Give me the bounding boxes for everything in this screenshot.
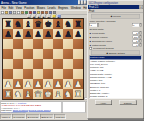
white-queen[interactable]: ♛ [33,89,43,99]
search-options: ◆Fixed depth8◆Nodes (x1000)100◆Seconds p… [88,31,143,47]
square-a1[interactable]: ♜ [3,89,13,99]
black-pawn[interactable]: ♟ [13,29,23,39]
square-h5[interactable] [73,49,83,59]
engine-detail-line[interactable]: Resign margin: 3 [90,95,142,98]
square-h2[interactable]: ♟ [73,79,83,89]
square-g8[interactable]: ♞ [63,19,73,29]
minutes-spinner-icon[interactable] [97,23,99,27]
square-d2[interactable]: ♟ [33,79,43,89]
white-bishop[interactable]: ♝ [23,89,33,99]
ponder-row: Permanent thinking [88,47,143,50]
apply-button[interactable]: Apply [95,100,112,105]
engine-select-combo[interactable]: Fruit 2.1 ▼ [88,5,143,9]
menu-window[interactable]: Window [71,5,81,10]
menu-engines[interactable]: Engines [58,5,68,10]
engine-name-label: Fruit [88,9,143,13]
white-rook[interactable]: ♜ [3,89,13,99]
square-h3[interactable] [73,69,83,79]
black-rook[interactable]: ♜ [3,19,13,29]
square-e6[interactable] [43,39,53,49]
square-e2[interactable]: ♟ [43,79,53,89]
square-a8[interactable]: ♜ [3,19,13,29]
square-f7[interactable]: ♟ [53,29,63,39]
engine-icon[interactable] [33,11,36,14]
option-input[interactable]: 8 [133,31,139,34]
square-d3[interactable] [33,69,43,79]
black-pawn[interactable]: ♟ [3,29,13,39]
square-f4[interactable] [53,59,63,69]
square-d7[interactable]: ♟ [33,29,43,39]
minutes-group: 5 [90,23,100,27]
setup-icon[interactable] [53,11,56,14]
analysis-link[interactable]: Send & check games [29,109,51,112]
square-b1[interactable]: ♞ [13,89,23,99]
white-king[interactable]: ♚ [43,89,53,99]
option-row: ◆Seconds per move5 [88,39,143,43]
menu-position[interactable]: Position [24,5,34,10]
radio-icon[interactable]: ◆ [90,44,92,47]
option-label: Nodes (x1000) [92,36,131,39]
square-f6[interactable] [53,39,63,49]
square-a4[interactable] [3,59,13,69]
black-queen[interactable]: ♛ [33,19,43,29]
spinner-icon[interactable] [140,43,142,47]
spinner-icon[interactable] [140,35,142,39]
radio-icon[interactable]: ◆ [90,40,92,43]
save-icon[interactable] [9,11,12,14]
option-label: Match points [92,44,131,47]
option-row: ◆Nodes (x1000)100 [88,35,143,39]
square-h6[interactable] [73,39,83,49]
square-c8[interactable]: ♝ [23,19,33,29]
square-e3[interactable] [43,69,53,79]
seconds-input[interactable]: 0 [132,23,140,27]
black-rook[interactable]: ♜ [73,19,83,29]
square-e8[interactable]: ♚ [43,19,53,29]
square-g6[interactable] [63,39,73,49]
seconds-spinner-icon[interactable] [140,23,142,27]
square-a7[interactable]: ♟ [3,29,13,39]
square-d5[interactable] [33,49,43,59]
stop-engine-icon[interactable] [29,11,32,14]
chevron-down-icon[interactable]: ▼ [139,5,143,9]
engine-details-list[interactable]: Fruit 2.1 (UCI)Author: Fabien LetouzeyFi… [89,56,142,99]
white-knight[interactable]: ♞ [63,89,73,99]
seconds-group: 0 [132,23,142,27]
square-a2[interactable]: ♟ [3,79,13,89]
square-c2[interactable]: ♟ [23,79,33,89]
white-pawn[interactable]: ♟ [23,79,33,89]
square-b7[interactable]: ♟ [13,29,23,39]
white-pawn[interactable]: ♟ [63,79,73,89]
option-input[interactable]: 5 [133,39,139,42]
board-style-icon[interactable] [45,11,48,14]
engine-config-dialog: UCI-Engine configuration Fruit 2.1 ▼ Fru… [87,0,144,119]
black-pawn[interactable]: ♟ [53,29,63,39]
levels-header: ◆ Levels [91,14,140,19]
menu-levels[interactable]: Levels [48,5,56,10]
move-list-pane[interactable] [62,102,88,114]
engine-details-header: ◆ Engine details [91,51,140,56]
minutes-input[interactable]: 5 [90,23,98,27]
menu-moves[interactable]: Moves [37,5,45,10]
ponder-checkbox[interactable] [90,47,93,50]
arena-main-window: Arena - New Game _□X FileEditViewPositio… [0,0,88,120]
white-pawn[interactable]: ♟ [13,79,23,89]
square-c1[interactable]: ♝ [23,89,33,99]
square-f3[interactable] [53,69,63,79]
engine-output-pane[interactable]: Move 1 (T: 1) — Fruit 2.1+0.23 0:00:04 1… [0,102,62,114]
square-g4[interactable] [63,59,73,69]
square-c7[interactable]: ♟ [23,29,33,39]
square-a3[interactable] [3,69,13,79]
black-pawn[interactable]: ♟ [63,29,73,39]
square-g7[interactable]: ♟ [63,29,73,39]
square-c4[interactable] [23,59,33,69]
print-icon[interactable] [13,11,16,14]
square-b5[interactable] [13,49,23,59]
maximize-button[interactable]: □ [81,1,84,5]
menu-view[interactable]: View [16,5,22,10]
option-row: ◆Match points0 [88,43,143,47]
white-pawn[interactable]: ♟ [53,79,63,89]
cancel-button[interactable]: Cancel [119,100,136,105]
option-row: ◆Fixed depth8 [88,31,143,35]
option-input[interactable]: 100 [133,35,139,38]
black-bishop[interactable]: ♝ [23,19,33,29]
square-f2[interactable]: ♟ [53,79,63,89]
square-g1[interactable]: ♞ [63,89,73,99]
square-g5[interactable] [63,49,73,59]
square-c3[interactable] [23,69,33,79]
square-b8[interactable]: ♞ [13,19,23,29]
spinner-icon[interactable] [140,31,142,35]
black-pawn[interactable]: ♟ [23,29,33,39]
square-h4[interactable] [73,59,83,69]
analyze-icon[interactable] [37,11,40,14]
black-knight[interactable]: ♞ [63,19,73,29]
square-e7[interactable]: ♟ [43,29,53,39]
square-d6[interactable] [33,39,43,49]
black-king[interactable]: ♚ [43,19,53,29]
white-rook[interactable]: ♜ [73,89,83,99]
radio-icon[interactable]: ◆ [90,36,92,39]
square-a5[interactable] [3,49,13,59]
square-e1[interactable]: ♚ [43,89,53,99]
white-bishop[interactable]: ♝ [53,89,63,99]
ponder-label: Permanent thinking [93,47,142,50]
menu-file[interactable]: File [2,5,7,10]
status-segment: Move 1 [1,114,12,119]
spinner-icon[interactable] [140,39,142,43]
square-d8[interactable]: ♛ [33,19,43,29]
status-segment: Fruit 2.1 [54,114,66,119]
square-b6[interactable] [13,39,23,49]
square-g3[interactable] [63,69,73,79]
square-f1[interactable]: ♝ [53,89,63,99]
menu-edit[interactable]: Edit [9,5,14,10]
square-b2[interactable]: ♟ [13,79,23,89]
black-knight[interactable]: ♞ [13,19,23,29]
square-d4[interactable] [33,59,43,69]
start-engine-icon[interactable] [25,11,28,14]
status-segment: Blitz 5'+0'' [40,114,54,119]
square-a6[interactable] [3,39,13,49]
option-label: Fixed depth [92,32,131,35]
square-b4[interactable] [13,59,23,69]
square-h8[interactable]: ♜ [73,19,83,29]
desktop: Arena - New Game _□X FileEditViewPositio… [0,0,144,120]
square-h1[interactable]: ♜ [73,89,83,99]
square-f5[interactable] [53,49,63,59]
square-c6[interactable] [23,39,33,49]
status-segment: W 0:00:00 [12,114,26,119]
square-e4[interactable] [43,59,53,69]
flip-board-icon[interactable] [49,11,52,14]
square-b3[interactable] [13,69,23,79]
dialog-buttons: Apply Cancel [88,99,143,106]
engine-combo-value: Fruit 2.1 [89,6,99,9]
status-segment: B 0:00:00 [26,114,39,119]
option-input[interactable]: 0 [133,43,139,46]
radio-icon[interactable]: ◆ [90,32,92,35]
black-pawn[interactable]: ♟ [43,29,53,39]
book-icon[interactable] [41,11,44,14]
new-game-icon[interactable] [1,11,4,14]
menu-bar: FileEditViewPositionMovesLevelsEnginesWi… [0,5,88,10]
black-pawn[interactable]: ♟ [33,29,43,39]
chess-board[interactable]: ♜♞♝♛♚♝♞♜♟♟♟♟♟♟♟♟♟♟♟♟♟♟♟♟♜♞♝♛♚♝♞♜ [2,18,84,100]
black-bishop[interactable]: ♝ [53,19,63,29]
square-g2[interactable]: ♟ [63,79,73,89]
square-c5[interactable] [23,49,33,59]
white-pawn[interactable]: ♟ [33,79,43,89]
square-f8[interactable]: ♝ [53,19,63,29]
black-pawn[interactable]: ♟ [73,29,83,39]
white-knight[interactable]: ♞ [13,89,23,99]
copy-icon[interactable] [17,11,20,14]
square-h7[interactable]: ♟ [73,29,83,39]
open-icon[interactable] [5,11,8,14]
option-label: Seconds per move [92,40,131,43]
square-d1[interactable]: ♛ [33,89,43,99]
paste-icon[interactable] [21,11,24,14]
white-pawn[interactable]: ♟ [3,79,13,89]
white-pawn[interactable]: ♟ [73,79,83,89]
square-e5[interactable] [43,49,53,59]
minimize-button[interactable]: _ [78,1,80,5]
white-pawn[interactable]: ♟ [43,79,53,89]
status-bar: Move 1W 0:00:00B 0:00:00Blitz 5'+0''Frui… [0,114,88,121]
